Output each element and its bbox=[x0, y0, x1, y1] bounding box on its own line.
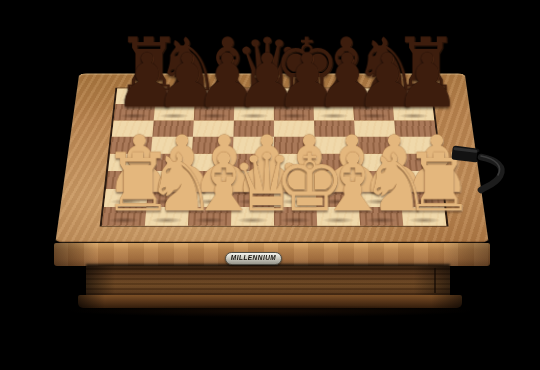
piece-white-queen[interactable]: ♛ bbox=[231, 143, 274, 223]
piece-black-pawn[interactable]: ♟ bbox=[114, 44, 154, 118]
square-f1[interactable]: ♝ bbox=[317, 207, 361, 226]
piece-black-pawn[interactable]: ♟ bbox=[394, 44, 434, 118]
piece-black-pawn[interactable]: ♟ bbox=[314, 44, 354, 118]
piece-black-pawn[interactable]: ♟ bbox=[354, 44, 394, 118]
piece-white-rook[interactable]: ♜ bbox=[403, 143, 446, 223]
square-a1[interactable]: ♜ bbox=[102, 207, 147, 226]
drawer-seam bbox=[434, 268, 436, 293]
square-g1[interactable]: ♞ bbox=[359, 207, 403, 226]
piece-white-bishop[interactable]: ♝ bbox=[188, 143, 231, 223]
cabinet-drawer-front bbox=[86, 266, 450, 295]
piece-white-rook[interactable]: ♜ bbox=[102, 143, 145, 223]
piece-black-pawn[interactable]: ♟ bbox=[194, 44, 234, 118]
square-b1[interactable]: ♞ bbox=[145, 207, 189, 226]
piece-white-knight[interactable]: ♞ bbox=[145, 143, 188, 223]
square-d1[interactable]: ♛ bbox=[231, 207, 274, 226]
board-wood-frame: ♜♞♝♛♚♝♞♜♟♟♟♟♟♟♟♟♟♟♟♟♟♟♟♟♜♞♝♛♚♝♞♜ bbox=[55, 74, 488, 243]
square-h1[interactable]: ♜ bbox=[402, 207, 447, 226]
brand-badge: MILLENNIUM bbox=[225, 252, 282, 265]
piece-white-bishop[interactable]: ♝ bbox=[317, 143, 360, 223]
piece-black-pawn[interactable]: ♟ bbox=[154, 44, 194, 118]
chessboard-top: ♜♞♝♛♚♝♞♜♟♟♟♟♟♟♟♟♟♟♟♟♟♟♟♟♜♞♝♛♚♝♞♜ bbox=[55, 74, 488, 243]
square-e1[interactable]: ♚ bbox=[274, 207, 317, 226]
piece-white-knight[interactable]: ♞ bbox=[360, 143, 403, 223]
brand-badge-label: MILLENNIUM bbox=[231, 255, 276, 262]
piece-black-pawn[interactable]: ♟ bbox=[274, 44, 314, 118]
piece-white-king[interactable]: ♚ bbox=[274, 143, 317, 223]
piece-black-pawn[interactable]: ♟ bbox=[234, 44, 274, 118]
chess-computer-scene: ♜♞♝♛♚♝♞♜♟♟♟♟♟♟♟♟♟♟♟♟♟♟♟♟♜♞♝♛♚♝♞♜ MILLENN… bbox=[0, 0, 540, 370]
ground-shadow bbox=[70, 305, 470, 317]
square-c1[interactable]: ♝ bbox=[188, 207, 232, 226]
chessboard-grid: ♜♞♝♛♚♝♞♜♟♟♟♟♟♟♟♟♟♟♟♟♟♟♟♟♜♞♝♛♚♝♞♜ bbox=[100, 88, 449, 227]
